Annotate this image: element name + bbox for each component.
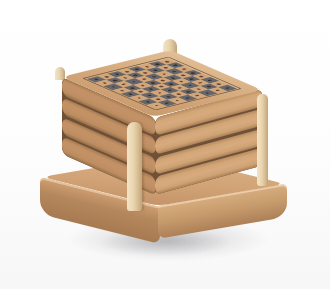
corner-post-right — [257, 94, 268, 186]
product-photo-stage — [0, 0, 330, 289]
corner-post-front — [127, 122, 142, 211]
